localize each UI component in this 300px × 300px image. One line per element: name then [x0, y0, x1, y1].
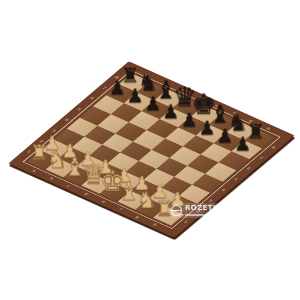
watermark-text: ROZETKA: [185, 205, 225, 212]
coordinate-label: 6: [246, 167, 252, 171]
chess-board: abcdefgh abcdefgh 87654321 87654321 ♜♞♝♛…: [8, 61, 294, 237]
coordinate-label: d: [83, 192, 89, 196]
coordinate-label: 6: [89, 96, 95, 100]
watermark-subtext-bar: [185, 214, 219, 217]
coordinate-label: h: [152, 222, 158, 226]
coordinate-label: 8: [271, 145, 277, 149]
coordinate-label: 3: [208, 198, 214, 202]
coordinate-label: 7: [258, 156, 264, 160]
coordinate-label: 5: [233, 177, 239, 181]
coordinate-label: e: [101, 200, 107, 204]
board-surface: abcdefgh abcdefgh 87654321 87654321 ♜♞♝♛…: [8, 61, 294, 237]
product-photo: abcdefgh abcdefgh 87654321 87654321 ♜♞♝♛…: [0, 0, 300, 300]
coordinate-label: g: [135, 215, 141, 219]
board-grid: ♜♞♝♛♚♝♞♜♟♟♟♟♟♟♟♟♟♟♟♟♟♟♟♟♜♞♝♛♚♝♞♜: [28, 73, 275, 225]
globe-icon: [171, 205, 182, 216]
watermark-labels: ROZETKA: [185, 205, 225, 216]
coordinate-label: a: [31, 168, 37, 172]
coordinate-label: 5: [76, 107, 82, 111]
coordinate-label: 4: [221, 188, 227, 192]
coordinate-label: f: [118, 207, 123, 211]
coordinate-label: c: [66, 184, 72, 188]
square-e5: [152, 138, 183, 157]
coordinate-label: b: [49, 176, 55, 180]
black-pawn: ♟: [231, 134, 253, 153]
coordinate-label: 1: [183, 220, 189, 224]
watermark: ROZETKA: [168, 203, 230, 218]
coordinate-label: 4: [64, 118, 70, 122]
